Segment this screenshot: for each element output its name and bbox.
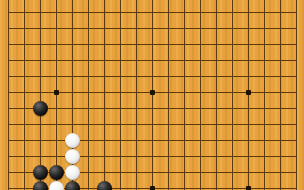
white-stone bbox=[65, 133, 80, 148]
black-stone bbox=[97, 181, 112, 190]
black-stone bbox=[33, 165, 48, 180]
board-line-horizontal bbox=[8, 44, 297, 45]
star-point bbox=[150, 90, 155, 95]
board-line-horizontal bbox=[8, 60, 297, 61]
star-point bbox=[150, 186, 155, 190]
black-stone bbox=[49, 165, 64, 180]
board-line-horizontal bbox=[8, 76, 297, 77]
star-point bbox=[246, 186, 251, 190]
star-point bbox=[54, 90, 59, 95]
black-stone bbox=[65, 181, 80, 190]
white-stone bbox=[65, 149, 80, 164]
black-stone bbox=[33, 181, 48, 190]
white-stone bbox=[49, 181, 64, 190]
board-line-horizontal bbox=[8, 140, 297, 141]
black-stone bbox=[33, 101, 48, 116]
board-line-horizontal bbox=[8, 124, 297, 125]
board-line-horizontal bbox=[8, 108, 297, 109]
board-line-horizontal bbox=[8, 12, 297, 13]
white-stone bbox=[65, 165, 80, 180]
board-line-horizontal bbox=[8, 156, 297, 157]
star-point bbox=[246, 90, 251, 95]
board-line-horizontal bbox=[8, 28, 297, 29]
go-board[interactable] bbox=[0, 0, 304, 190]
